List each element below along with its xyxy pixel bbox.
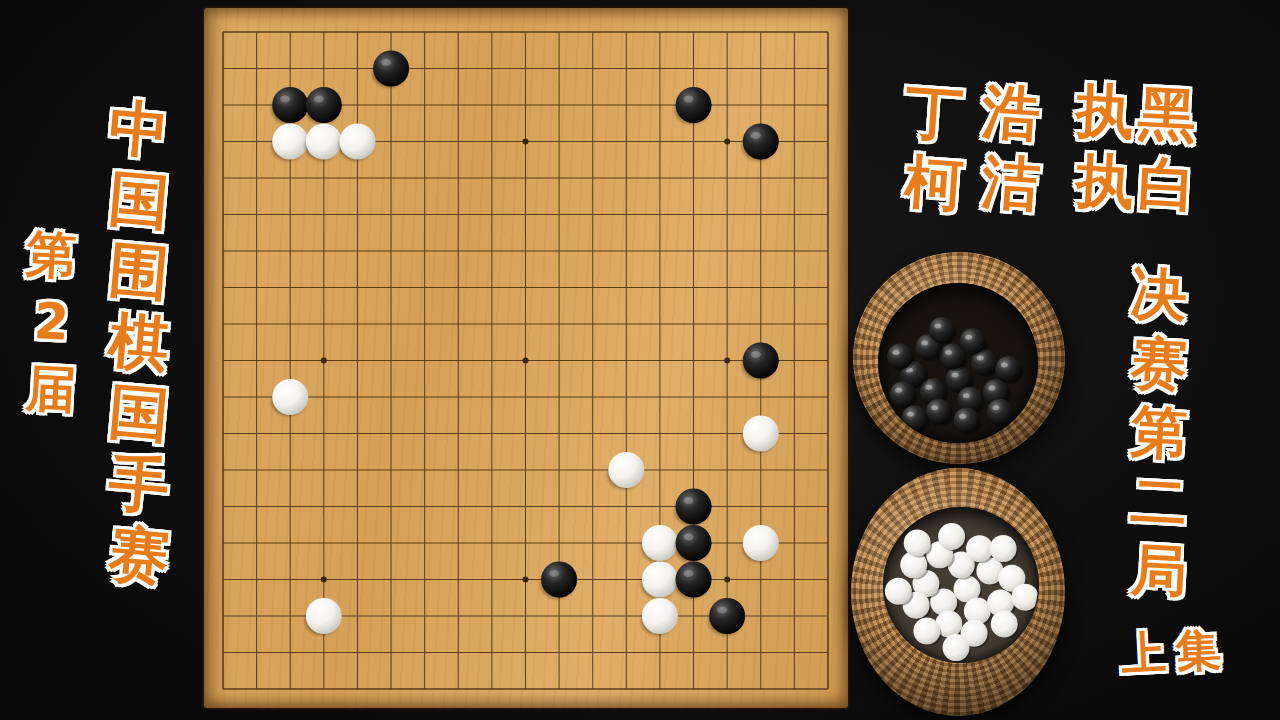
star-point — [321, 358, 327, 364]
black-stone — [272, 87, 308, 123]
black-stone — [541, 562, 577, 598]
stage-char: 局 — [1130, 542, 1189, 601]
player-name-char: 柯 — [903, 152, 965, 214]
title-char: 国 — [106, 167, 171, 232]
white-stone — [608, 452, 644, 488]
black-stone — [373, 51, 409, 87]
bowl-black-stone — [954, 407, 980, 433]
stage-char: 二 — [1130, 473, 1189, 532]
white-stone — [339, 124, 375, 160]
episode-part-label: 上集 — [1120, 626, 1232, 677]
event-title: 中 国 围 棋 国 手 赛 — [109, 99, 169, 596]
white-stone — [272, 124, 308, 160]
black-stone — [676, 489, 712, 525]
white-stone-bowl-opening — [883, 507, 1039, 663]
go-board — [204, 8, 848, 708]
black-stone-bowl — [853, 252, 1065, 464]
title-char: 国 — [106, 380, 171, 445]
white-stone — [743, 416, 779, 452]
bowl-white-stone — [938, 523, 965, 550]
stage-label: 决 赛 第 二 局 — [1131, 267, 1187, 612]
bowl-white-stone — [885, 578, 912, 605]
star-point — [321, 577, 327, 583]
bowl-white-stone — [904, 529, 931, 556]
player-name-char: 洁 — [980, 152, 1042, 214]
title-char: 围 — [106, 238, 171, 303]
black-bowl-stones — [878, 283, 1038, 443]
black-stone — [676, 525, 712, 561]
bowl-black-stone — [929, 317, 955, 343]
star-point — [724, 577, 730, 583]
white-stone-bowl — [851, 468, 1065, 716]
player-name-char: 丁 — [903, 82, 965, 144]
title-char: 棋 — [106, 309, 171, 374]
white-stone — [743, 525, 779, 561]
star-point — [724, 358, 730, 364]
black-stone-bowl-opening — [878, 283, 1038, 443]
white-stone — [642, 562, 678, 598]
bowl-black-stone — [987, 399, 1013, 425]
title-char: 中 — [106, 96, 171, 161]
black-stone — [676, 562, 712, 598]
star-point — [724, 139, 730, 145]
white-stone — [642, 598, 678, 634]
bowl-black-stone — [960, 328, 986, 354]
star-point — [523, 358, 529, 364]
white-stone — [306, 598, 342, 634]
player-color-role: 执白 — [1075, 151, 1202, 215]
white-player-line: 柯 洁 执白 — [905, 154, 1200, 212]
title-char: 届 — [25, 363, 78, 416]
bowl-white-stone — [991, 611, 1018, 638]
stage-char: 第 — [1130, 404, 1189, 463]
white-stone — [306, 124, 342, 160]
bowl-white-stone — [990, 535, 1017, 562]
bowl-white-stone — [1012, 584, 1039, 611]
video-frame: 第 2 届 中 国 围 棋 国 手 赛 丁 浩 执黑 柯 洁 执白 决 赛 第 … — [0, 0, 1280, 720]
bowl-white-stone — [943, 634, 970, 661]
star-point — [523, 577, 529, 583]
bowl-black-stone — [890, 381, 916, 407]
player-color-role: 执黑 — [1075, 81, 1202, 145]
title-char: 2 — [32, 296, 69, 348]
stage-char: 赛 — [1130, 335, 1189, 394]
board-grid — [204, 8, 848, 708]
bowl-black-stone — [902, 405, 928, 431]
black-stone — [743, 343, 779, 379]
black-stone — [676, 87, 712, 123]
white-stone — [272, 379, 308, 415]
bowl-white-stone — [913, 618, 940, 645]
white-bowl-stones — [883, 507, 1039, 663]
stage-char: 决 — [1130, 266, 1189, 325]
player-name-char: 浩 — [980, 82, 1042, 144]
title-char: 赛 — [106, 522, 171, 587]
bowl-black-stone — [995, 356, 1021, 382]
bowl-black-stone — [926, 399, 952, 425]
bowl-black-stone — [887, 343, 913, 369]
title-char: 手 — [106, 451, 171, 516]
black-player-line: 丁 浩 执黑 — [905, 84, 1200, 142]
white-stone — [642, 525, 678, 561]
black-stone — [709, 598, 745, 634]
black-stone — [306, 87, 342, 123]
black-stone — [743, 124, 779, 160]
title-char: 第 — [25, 229, 78, 282]
star-point — [523, 139, 529, 145]
event-edition: 第 2 届 — [26, 230, 76, 431]
bowl-white-stone — [966, 535, 993, 562]
